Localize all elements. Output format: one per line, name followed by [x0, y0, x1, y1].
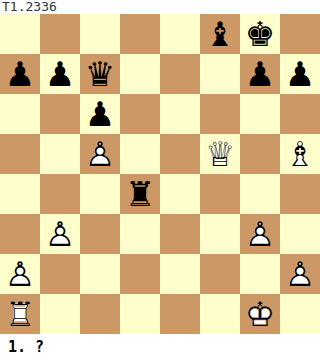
white-pawn: ♟♙	[0, 254, 40, 294]
black-rook: ♜	[120, 174, 160, 214]
square-b7[interactable]: ♟	[40, 54, 80, 94]
square-f8[interactable]: ♝	[200, 14, 240, 54]
square-a5[interactable]	[0, 134, 40, 174]
puzzle-id: T1.2336	[2, 0, 57, 14]
square-c4[interactable]	[80, 174, 120, 214]
square-g1[interactable]: ♚♔	[240, 294, 280, 334]
square-d7[interactable]	[120, 54, 160, 94]
square-d6[interactable]	[120, 94, 160, 134]
square-b3[interactable]: ♟♙	[40, 214, 80, 254]
square-b1[interactable]	[40, 294, 80, 334]
black-pawn: ♟	[0, 54, 40, 94]
square-d2[interactable]	[120, 254, 160, 294]
white-rook: ♜♖	[0, 294, 40, 334]
square-c2[interactable]	[80, 254, 120, 294]
square-h2[interactable]: ♟♙	[280, 254, 320, 294]
square-g4[interactable]	[240, 174, 280, 214]
square-f2[interactable]	[200, 254, 240, 294]
square-b4[interactable]	[40, 174, 80, 214]
black-king: ♚	[240, 14, 280, 54]
square-a2[interactable]: ♟♙	[0, 254, 40, 294]
square-e5[interactable]	[160, 134, 200, 174]
white-pawn: ♟♙	[40, 214, 80, 254]
square-g7[interactable]: ♟	[240, 54, 280, 94]
black-pawn: ♟	[40, 54, 80, 94]
square-c8[interactable]	[80, 14, 120, 54]
square-f3[interactable]	[200, 214, 240, 254]
white-pawn: ♟♙	[240, 214, 280, 254]
square-h8[interactable]	[280, 14, 320, 54]
square-f5[interactable]: ♛♕	[200, 134, 240, 174]
square-a3[interactable]	[0, 214, 40, 254]
square-d1[interactable]	[120, 294, 160, 334]
black-pawn: ♟	[80, 94, 120, 134]
square-g2[interactable]	[240, 254, 280, 294]
square-d4[interactable]: ♜	[120, 174, 160, 214]
square-e1[interactable]	[160, 294, 200, 334]
white-queen: ♛♕	[200, 134, 240, 174]
square-e6[interactable]	[160, 94, 200, 134]
chess-board: ♝♚♟♟♛♟♟♟♟♙♛♕♝♗♜♟♙♟♙♟♙♟♙♜♖♚♔	[0, 14, 320, 334]
square-d8[interactable]	[120, 14, 160, 54]
white-pawn: ♟♙	[280, 254, 320, 294]
square-g6[interactable]	[240, 94, 280, 134]
square-c5[interactable]: ♟♙	[80, 134, 120, 174]
square-c3[interactable]	[80, 214, 120, 254]
square-a4[interactable]	[0, 174, 40, 214]
black-pawn: ♟	[240, 54, 280, 94]
square-a6[interactable]	[0, 94, 40, 134]
square-h7[interactable]: ♟	[280, 54, 320, 94]
square-h3[interactable]	[280, 214, 320, 254]
square-b5[interactable]	[40, 134, 80, 174]
square-a7[interactable]: ♟	[0, 54, 40, 94]
white-king: ♚♔	[240, 294, 280, 334]
square-c1[interactable]	[80, 294, 120, 334]
square-d3[interactable]	[120, 214, 160, 254]
square-b8[interactable]	[40, 14, 80, 54]
white-bishop: ♝♗	[280, 134, 320, 174]
square-c7[interactable]: ♛	[80, 54, 120, 94]
square-h5[interactable]: ♝♗	[280, 134, 320, 174]
square-g3[interactable]: ♟♙	[240, 214, 280, 254]
square-a1[interactable]: ♜♖	[0, 294, 40, 334]
square-h6[interactable]	[280, 94, 320, 134]
square-b6[interactable]	[40, 94, 80, 134]
square-e4[interactable]	[160, 174, 200, 214]
white-pawn: ♟♙	[80, 134, 120, 174]
square-d5[interactable]	[120, 134, 160, 174]
square-f6[interactable]	[200, 94, 240, 134]
square-f4[interactable]	[200, 174, 240, 214]
square-e2[interactable]	[160, 254, 200, 294]
square-a8[interactable]	[0, 14, 40, 54]
square-g5[interactable]	[240, 134, 280, 174]
square-f1[interactable]	[200, 294, 240, 334]
black-pawn: ♟	[280, 54, 320, 94]
square-e3[interactable]	[160, 214, 200, 254]
square-c6[interactable]: ♟	[80, 94, 120, 134]
move-prompt: 1. ?	[8, 337, 44, 357]
square-b2[interactable]	[40, 254, 80, 294]
square-e7[interactable]	[160, 54, 200, 94]
square-f7[interactable]	[200, 54, 240, 94]
square-g8[interactable]: ♚	[240, 14, 280, 54]
black-queen: ♛	[80, 54, 120, 94]
square-e8[interactable]	[160, 14, 200, 54]
square-h4[interactable]	[280, 174, 320, 214]
black-bishop: ♝	[200, 14, 240, 54]
square-h1[interactable]	[280, 294, 320, 334]
